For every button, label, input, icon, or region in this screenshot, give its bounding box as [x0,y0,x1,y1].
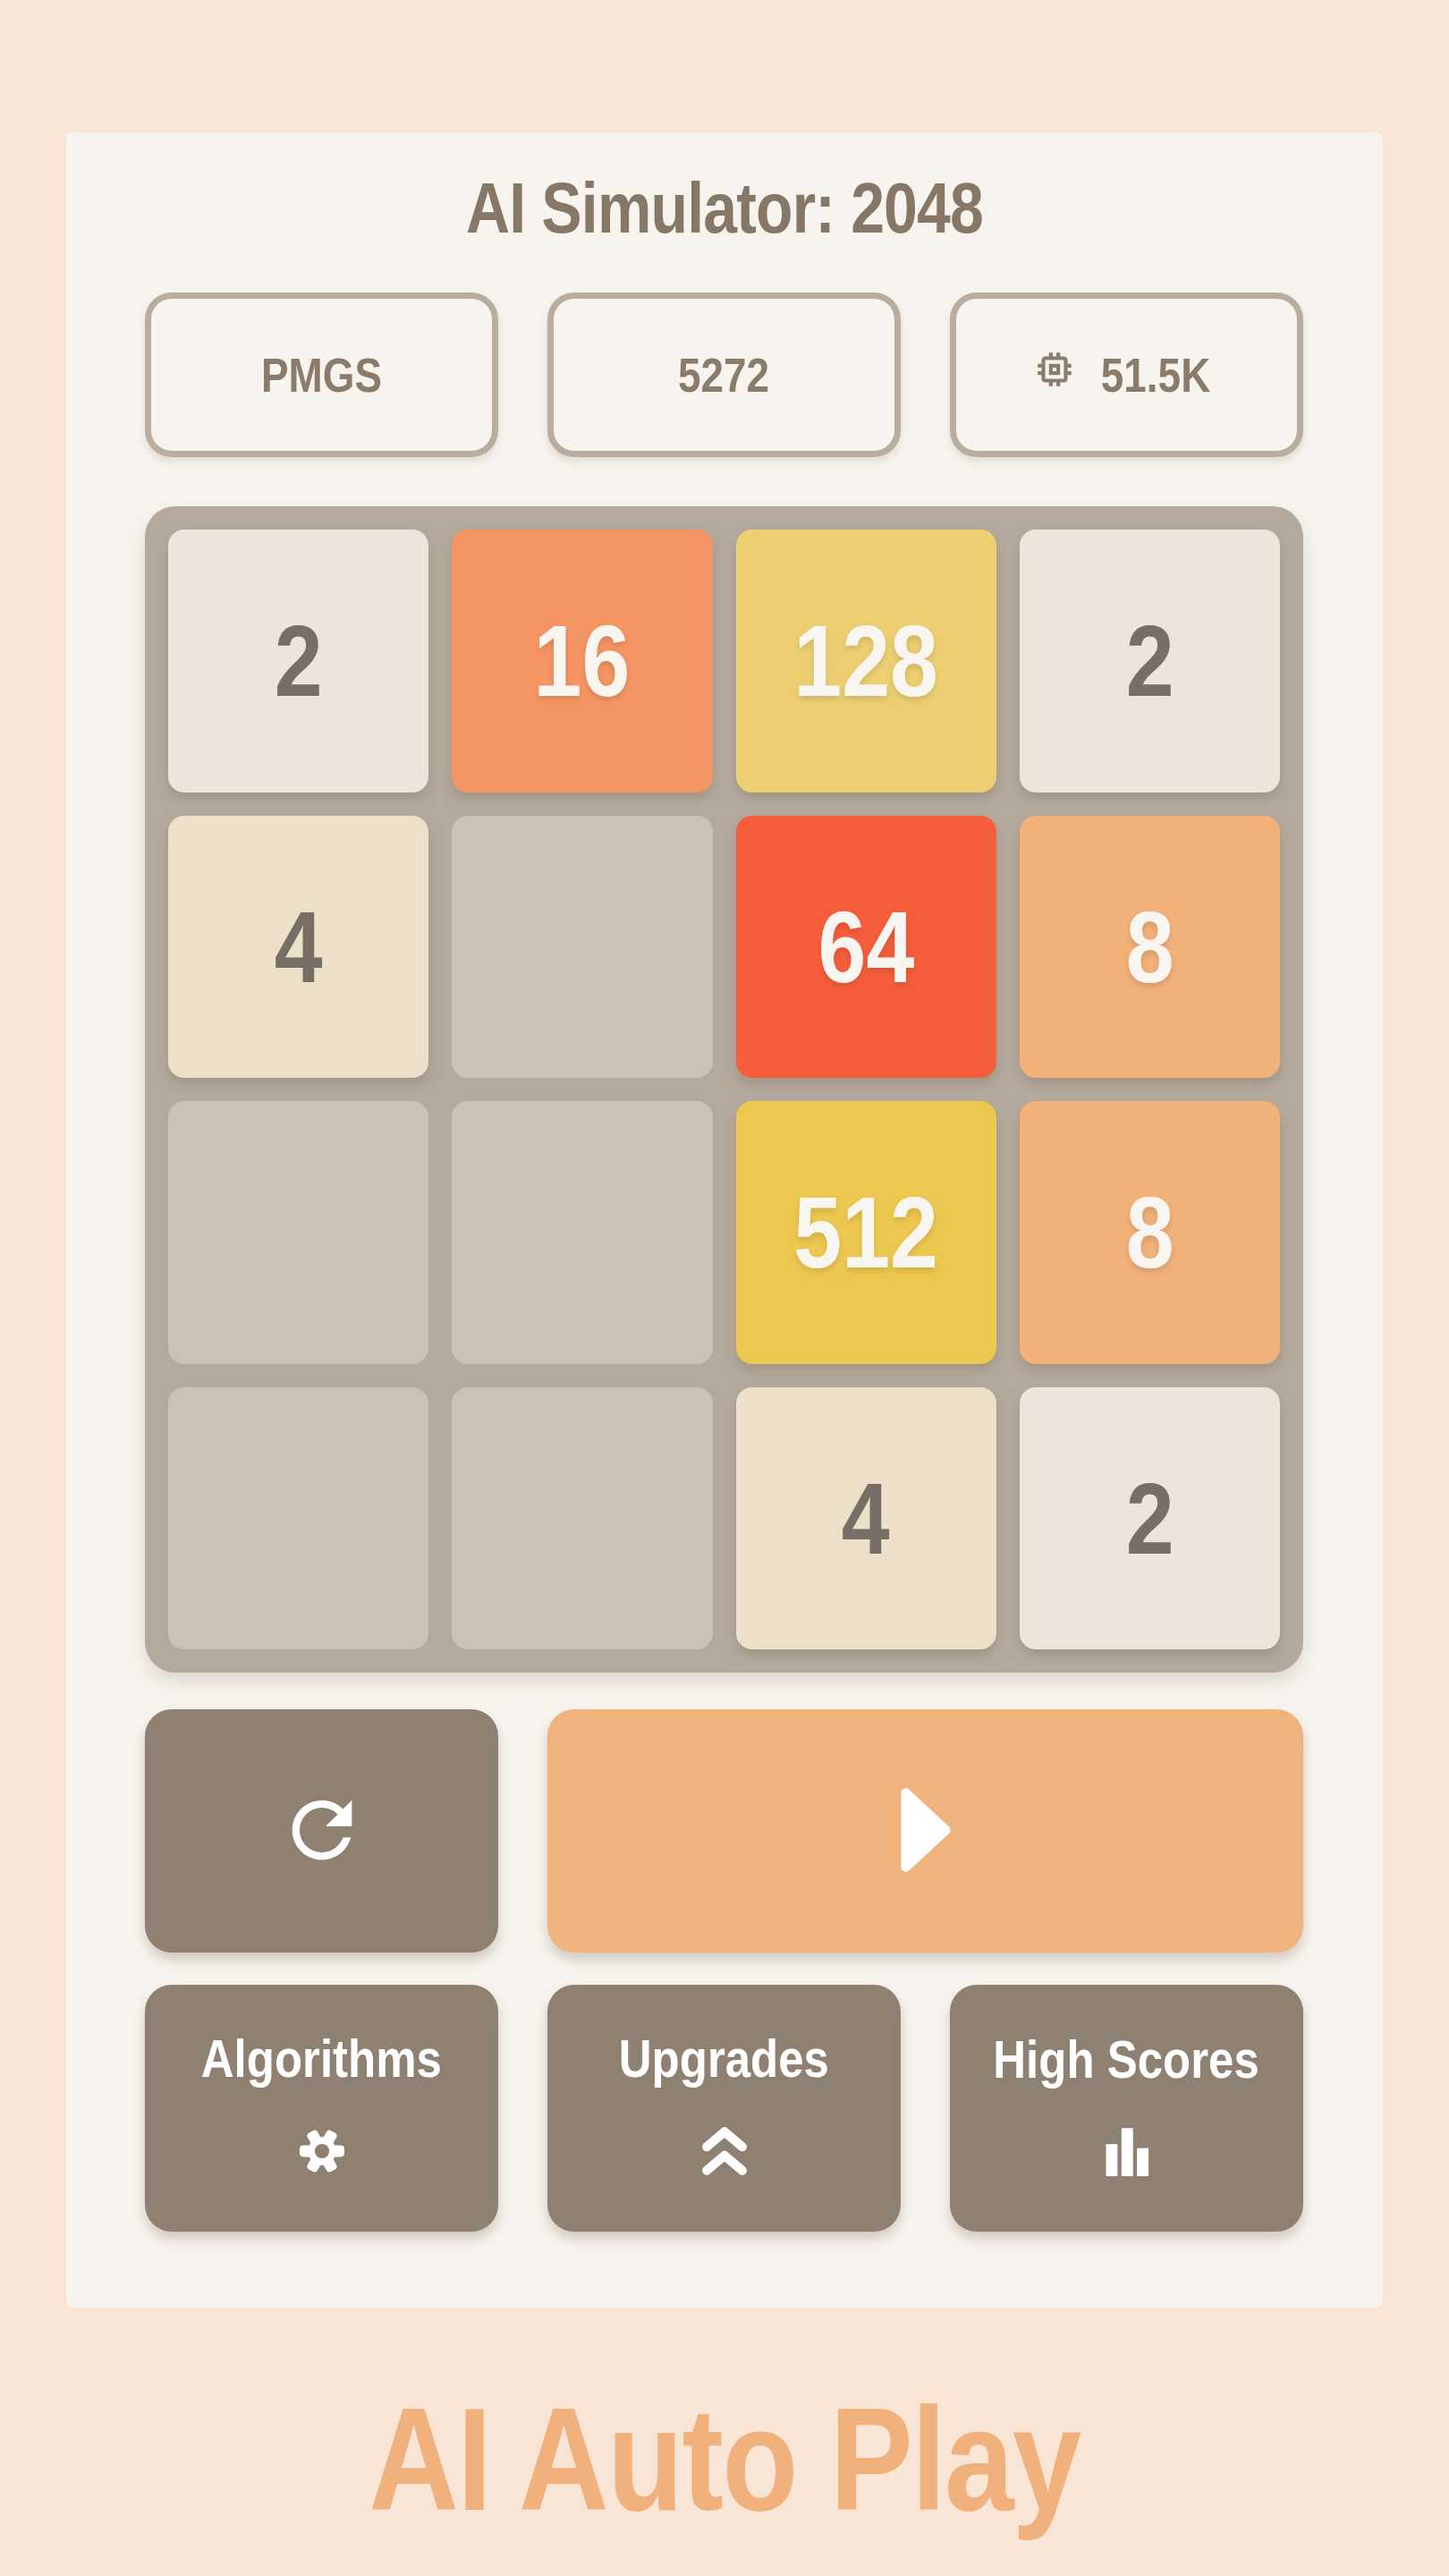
upgrades-label: Upgrades [619,2028,829,2089]
footer-caption-text: AI Auto Play [369,2376,1080,2544]
tile-2-r1c4: 2 [1020,530,1280,792]
board-2048: 21612824648512842 [145,506,1303,1673]
restart-button[interactable] [145,1709,498,1953]
play-button[interactable] [547,1709,1303,1953]
tile-128-r1c3: 128 [736,530,996,792]
page-title: AI Simulator: 2048 [66,168,1383,249]
high-scores-button[interactable]: High Scores [950,1985,1303,2232]
tile-64-r2c3: 64 [736,816,996,1079]
empty-cell-r4c2 [452,1387,712,1650]
empty-cell-r3c2 [452,1101,712,1364]
tile-8-r2c4: 8 [1020,816,1280,1079]
tile-2-r4c4: 2 [1020,1387,1280,1650]
play-icon [897,1783,954,1880]
tile-8-r3c4: 8 [1020,1101,1280,1364]
upgrades-button[interactable]: Upgrades [547,1985,901,2232]
bar-chart-icon [1102,2126,1152,2189]
score-chip[interactable]: 5272 [547,292,901,457]
footer-caption: AI Auto Play [0,2361,1449,2558]
double-chevron-up-icon [700,2125,749,2190]
empty-cell-r4c1 [168,1387,428,1650]
algorithms-label: Algorithms [201,2028,442,2089]
compute-chip[interactable]: 51.5K [950,292,1303,457]
empty-cell-r2c2 [452,816,712,1079]
menu-row: Algorithms Upgrades [145,1985,1304,2232]
stats-row: PMGS 5272 51.5K [145,292,1304,457]
empty-cell-r3c1 [168,1101,428,1364]
game-panel: AI Simulator: 2048 PMGS 5272 51.5K 21612… [66,132,1383,2308]
tile-4-r4c3: 4 [736,1387,996,1650]
chip-icon [1032,347,1077,402]
high-scores-label: High Scores [994,2029,1260,2090]
gear-icon [296,2125,348,2190]
tile-2-r1c1: 2 [168,530,428,792]
score-value: 5272 [678,347,769,402]
strategy-chip[interactable]: PMGS [145,292,498,457]
page-title-text: AI Simulator: 2048 [466,167,983,250]
tile-512-r3c3: 512 [736,1101,996,1364]
algorithms-button[interactable]: Algorithms [145,1985,498,2232]
tile-4-r2c1: 4 [168,816,428,1079]
tile-16-r1c2: 16 [452,530,712,792]
controls-row [145,1709,1304,1953]
rotate-right-icon [277,1785,367,1877]
strategy-label: PMGS [261,347,382,402]
compute-value: 51.5K [1101,347,1210,402]
